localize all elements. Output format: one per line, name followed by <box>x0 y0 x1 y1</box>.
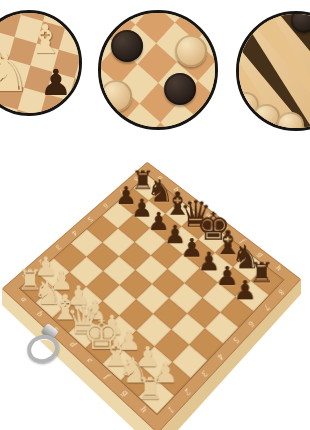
mini-checkerboard <box>98 10 218 130</box>
backgammon-disc-light <box>277 111 303 131</box>
clasp-ring-icon <box>23 331 62 368</box>
clasp-latch <box>24 326 70 366</box>
inset-checkers-closeup <box>98 10 218 130</box>
product-photo: ♟♞♝♟ abcdefgh abcdefgh 12345678 12345678… <box>0 0 310 430</box>
square-f5[interactable] <box>169 283 202 313</box>
checkers-disc-light <box>175 35 207 67</box>
board-grid: ♜♞♝♛♚♝♞♜♟♟♟♟♟♟♟♟♟♟♟♟♟♟♟♟♜♞♝♛♚♝♞♜ <box>20 175 283 413</box>
checkers-disc-dark <box>164 73 196 105</box>
chess-board: abcdefgh abcdefgh 12345678 12345678 ♜♞♝♛… <box>2 162 302 430</box>
inset-chess-piece: ♝ <box>27 19 63 59</box>
checkers-disc-dark <box>111 30 143 62</box>
inset-chess-piece: ♟ <box>40 65 72 101</box>
piece-white-rook[interactable]: ♜ <box>136 374 161 405</box>
piece-black-pawn[interactable]: ♟ <box>233 277 257 303</box>
square-c4[interactable] <box>103 256 136 285</box>
inset-chess-piece: ♞ <box>0 47 30 99</box>
